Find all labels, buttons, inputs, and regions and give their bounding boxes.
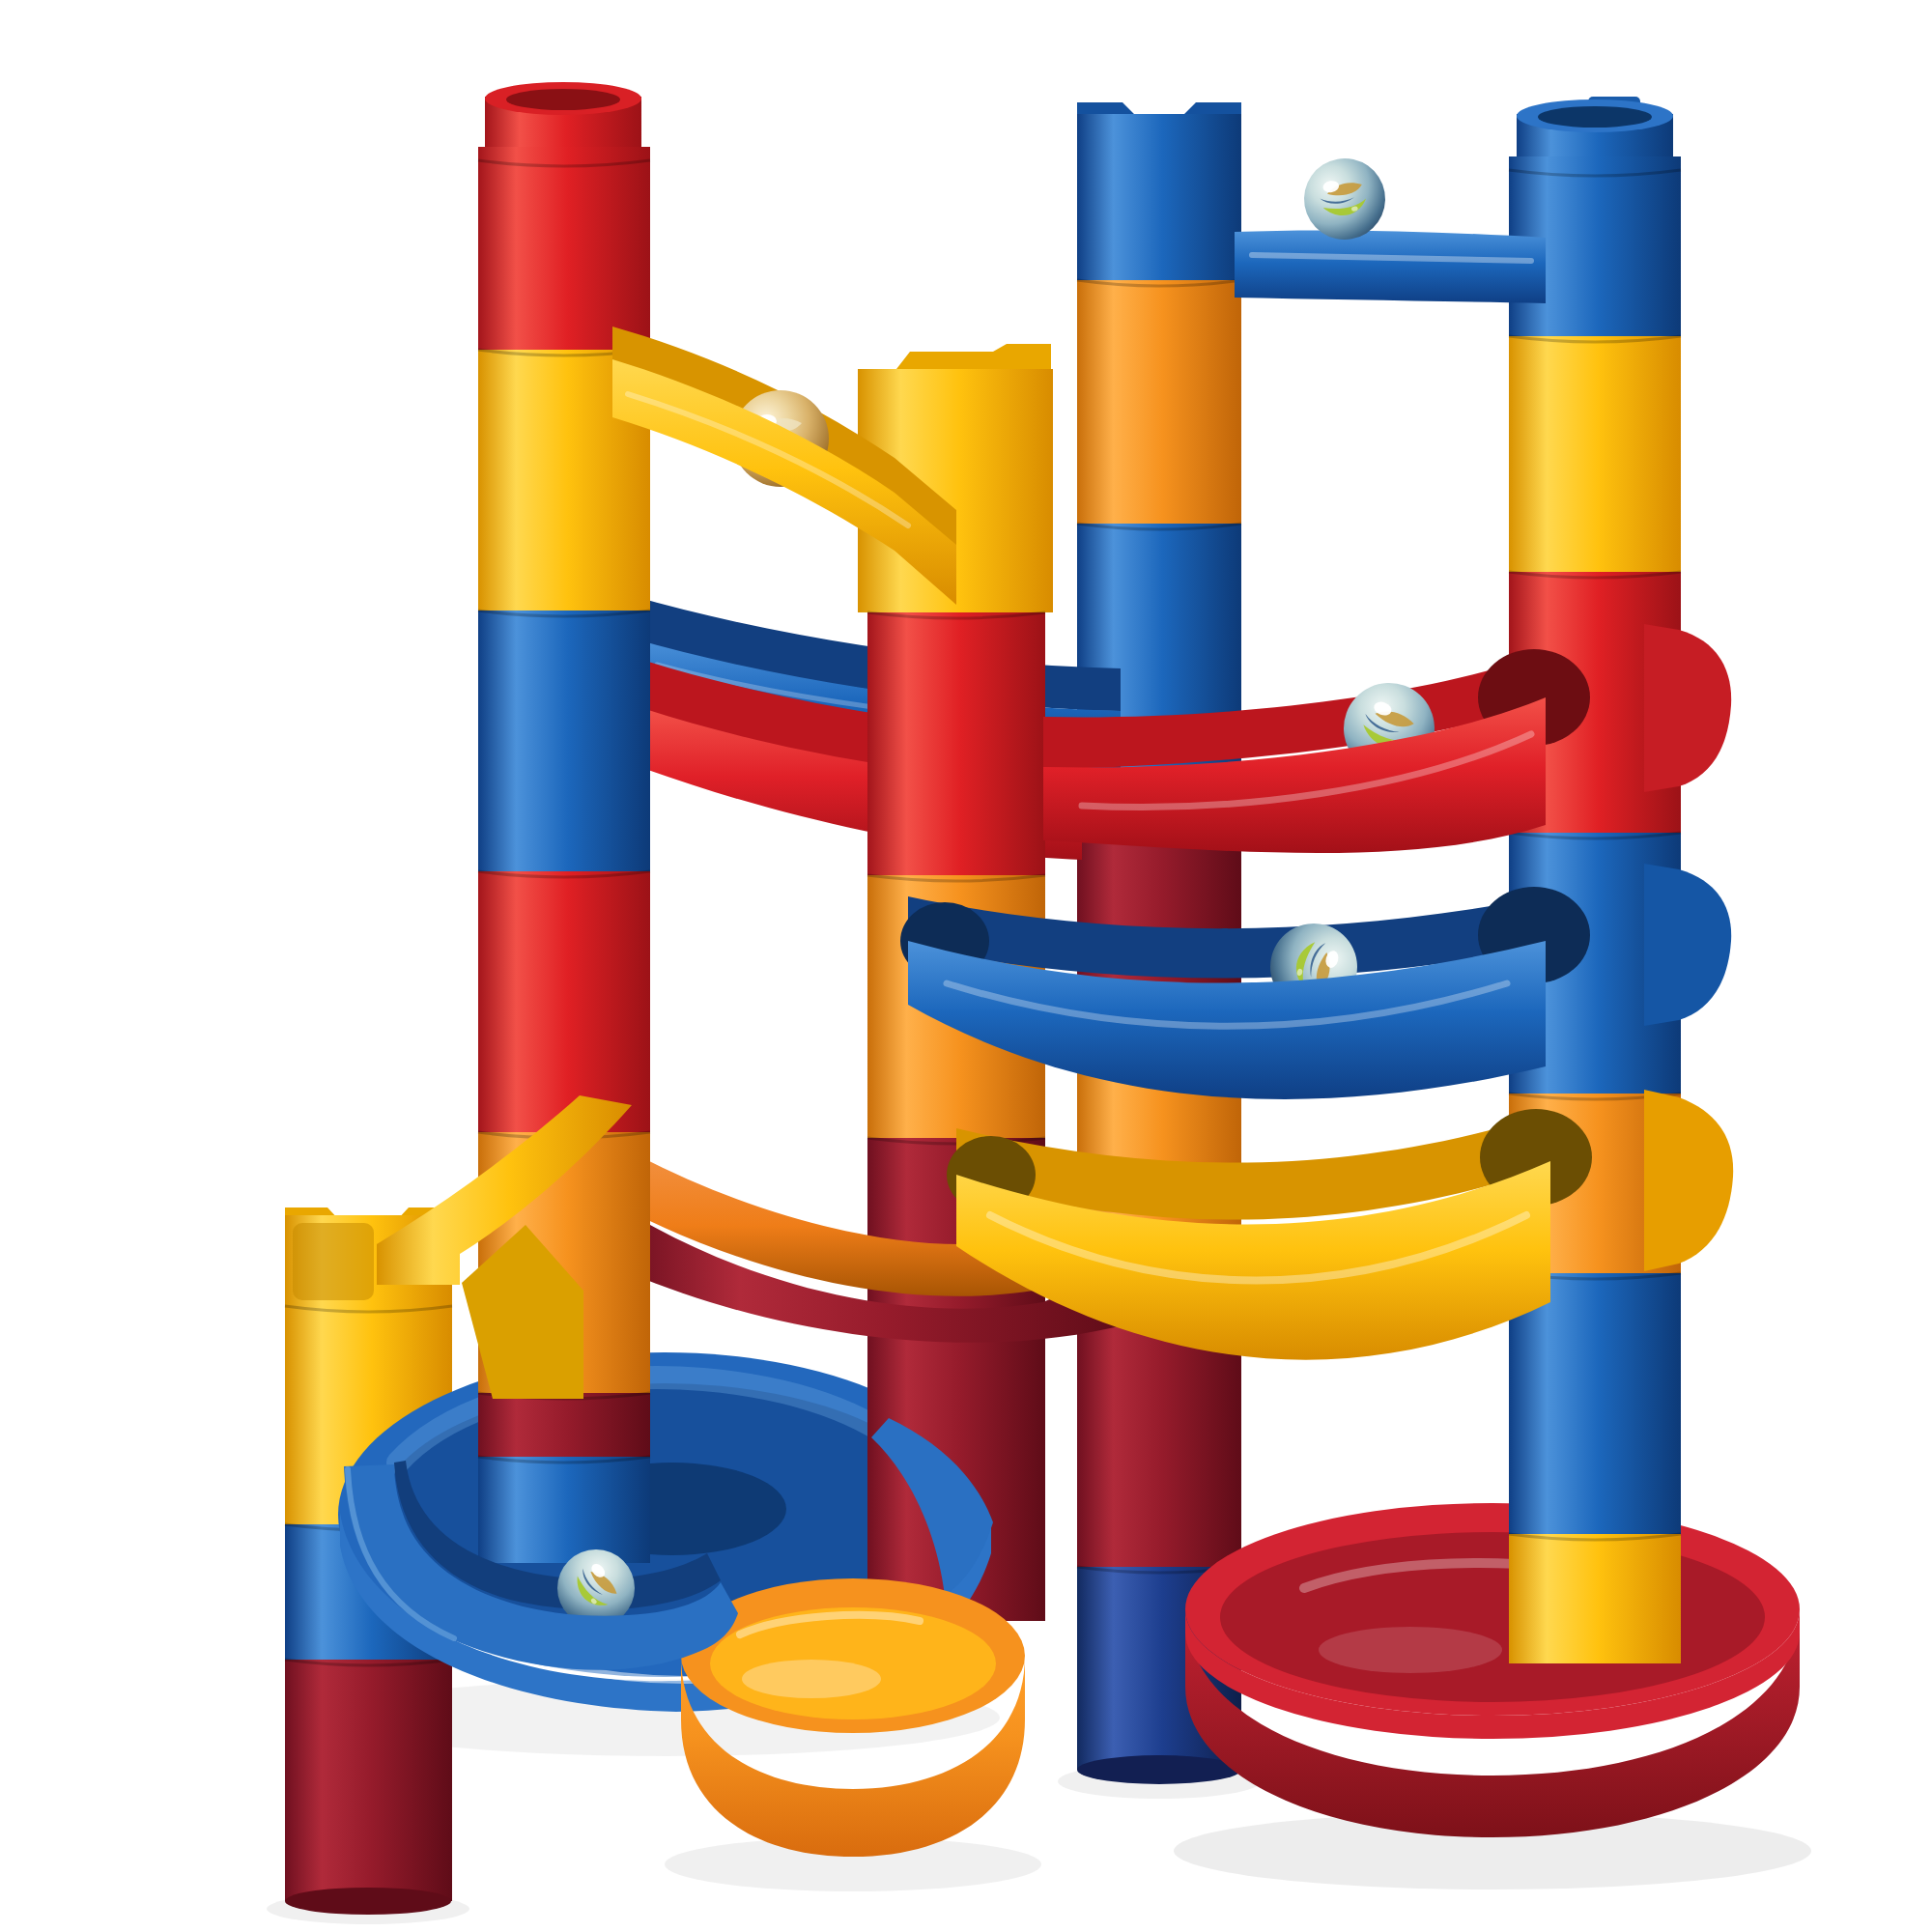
- front-left-seg-blue: [478, 611, 650, 871]
- right-column-seg-blue-2: [1509, 1273, 1681, 1534]
- marble-run-scene: [39, 15, 1932, 1932]
- far-left-seg-maroon: [285, 1660, 452, 1901]
- right-column-seg-yellow: [1509, 336, 1681, 572]
- red-curve-end: [1644, 624, 1731, 792]
- rear-left-column-cap: [1077, 114, 1241, 280]
- right-column-seg-yellow-2: [1509, 1534, 1681, 1663]
- red-tray-inner: [1220, 1532, 1765, 1702]
- front-left-seg-blue-2: [478, 1457, 650, 1563]
- middle-seg-red: [867, 612, 1045, 875]
- orange-bowl-gloss: [742, 1660, 881, 1698]
- front-left-seg-red: [478, 871, 650, 1132]
- right-column-cap-hole: [1538, 106, 1652, 128]
- front-left-seg-maroon: [478, 1393, 650, 1457]
- yellow-curve-end: [1644, 1090, 1733, 1271]
- front-left-cap: [478, 147, 650, 350]
- blue-curve-end: [1644, 864, 1731, 1026]
- rear-left-column-foot: [1077, 1755, 1241, 1784]
- red-tray-gloss-blob: [1319, 1627, 1502, 1673]
- front-left-cap-hole: [506, 89, 620, 110]
- far-left-foot: [285, 1888, 451, 1915]
- marble-run-product-photo: [39, 15, 1932, 1932]
- rear-left-column-seg-orange: [1077, 280, 1241, 524]
- top-rail: [1235, 230, 1546, 303]
- far-left-cap-inner: [293, 1223, 374, 1300]
